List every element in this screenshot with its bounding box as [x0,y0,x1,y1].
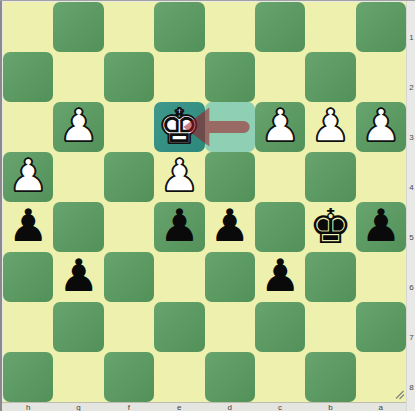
rank-label-5: 5 [407,233,415,243]
square-b4[interactable] [305,152,355,202]
square-g1[interactable] [53,2,103,52]
square-a1[interactable] [356,2,406,52]
square-c7[interactable] [255,302,305,352]
square-b3[interactable]: ♟ [305,102,355,152]
resize-handle-icon[interactable] [394,389,405,400]
file-label-f: f [104,403,154,411]
square-e8[interactable] [154,352,204,402]
square-e2[interactable] [154,52,204,102]
square-g4[interactable] [53,152,103,202]
rank-label-1: 1 [407,33,415,43]
square-e6[interactable] [154,252,204,302]
rank-label-7: 7 [407,333,415,343]
square-h4[interactable]: ♟ [3,152,53,202]
square-a4[interactable] [356,152,406,202]
white-king-e3[interactable]: ♚ [158,101,201,151]
square-h7[interactable] [3,302,53,352]
square-g8[interactable] [53,352,103,402]
window-edge-top [0,0,415,1]
file-label-a: a [356,403,406,411]
square-d6[interactable] [205,252,255,302]
square-f2[interactable] [104,52,154,102]
black-pawn-d5[interactable]: ♟ [210,201,250,251]
file-label-d: d [205,403,255,411]
square-h3[interactable] [3,102,53,152]
square-c4[interactable] [255,152,305,202]
square-f4[interactable] [104,152,154,202]
square-b1[interactable] [305,2,355,52]
square-e1[interactable] [154,2,204,52]
window-edge-left [0,0,2,411]
square-c6[interactable]: ♟ [255,252,305,302]
file-label-c: c [255,403,305,411]
square-b8[interactable] [305,352,355,402]
file-label-e: e [154,403,204,411]
square-e3[interactable]: ♚ [154,102,204,152]
square-c3[interactable]: ♟ [255,102,305,152]
black-pawn-e5[interactable]: ♟ [159,201,199,251]
file-label-g: g [53,403,103,411]
square-h6[interactable] [3,252,53,302]
square-a7[interactable] [356,302,406,352]
square-f7[interactable] [104,302,154,352]
square-d3[interactable] [205,102,255,152]
square-h5[interactable]: ♟ [3,202,53,252]
square-b2[interactable] [305,52,355,102]
square-h1[interactable] [3,2,53,52]
chess-board[interactable]: ♟♚♟♟♟♟♟♟♟♟♚♟♟♟ [3,2,406,402]
file-label-h: h [3,403,53,411]
square-f3[interactable] [104,102,154,152]
rank-label-8: 8 [407,383,415,393]
square-a6[interactable] [356,252,406,302]
square-a3[interactable]: ♟ [356,102,406,152]
square-d4[interactable] [205,152,255,202]
white-pawn-c3[interactable]: ♟ [260,101,300,151]
square-e4[interactable]: ♟ [154,152,204,202]
square-g7[interactable] [53,302,103,352]
square-g2[interactable] [53,52,103,102]
black-pawn-c6[interactable]: ♟ [260,251,300,301]
black-pawn-h5[interactable]: ♟ [8,201,48,251]
file-label-b: b [305,403,355,411]
square-d1[interactable] [205,2,255,52]
rank-label-2: 2 [407,83,415,93]
square-a5[interactable]: ♟ [356,202,406,252]
rank-coordinates-strip: 12345678 [406,0,415,411]
black-pawn-a5[interactable]: ♟ [361,201,401,251]
rank-label-4: 4 [407,183,415,193]
square-c1[interactable] [255,2,305,52]
square-e5[interactable]: ♟ [154,202,204,252]
square-f6[interactable] [104,252,154,302]
square-g5[interactable] [53,202,103,252]
square-a2[interactable] [356,52,406,102]
square-b5[interactable]: ♚ [305,202,355,252]
rank-label-6: 6 [407,283,415,293]
white-pawn-g3[interactable]: ♟ [58,101,98,151]
square-d2[interactable] [205,52,255,102]
square-d8[interactable] [205,352,255,402]
square-e7[interactable] [154,302,204,352]
square-g3[interactable]: ♟ [53,102,103,152]
file-coordinates-strip: hgfedcba [2,402,406,411]
rank-label-3: 3 [407,133,415,143]
square-d5[interactable]: ♟ [205,202,255,252]
black-king-b5[interactable]: ♚ [309,201,352,251]
square-c5[interactable] [255,202,305,252]
square-d7[interactable] [205,302,255,352]
square-h2[interactable] [3,52,53,102]
square-f5[interactable] [104,202,154,252]
square-c8[interactable] [255,352,305,402]
white-pawn-h4[interactable]: ♟ [8,151,48,201]
square-h8[interactable] [3,352,53,402]
square-c2[interactable] [255,52,305,102]
square-b6[interactable] [305,252,355,302]
square-f8[interactable] [104,352,154,402]
square-b7[interactable] [305,302,355,352]
white-pawn-b3[interactable]: ♟ [310,101,350,151]
square-g6[interactable]: ♟ [53,252,103,302]
white-pawn-a3[interactable]: ♟ [361,101,401,151]
square-f1[interactable] [104,2,154,52]
black-pawn-g6[interactable]: ♟ [58,251,98,301]
white-pawn-e4[interactable]: ♟ [159,151,199,201]
